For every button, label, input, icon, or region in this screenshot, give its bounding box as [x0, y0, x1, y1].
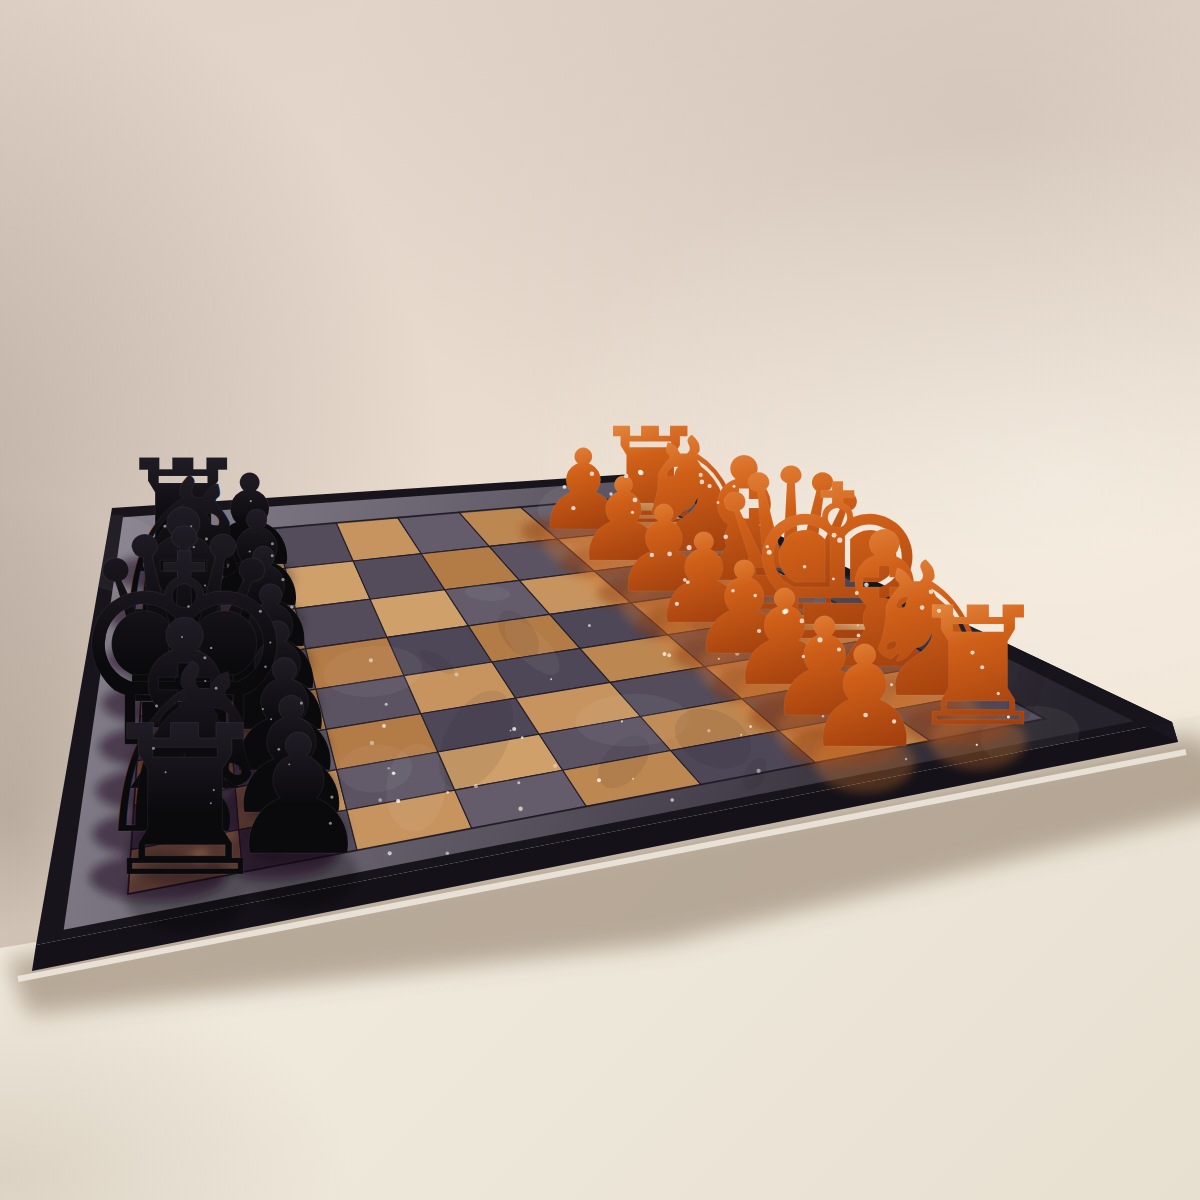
- chess-board: ♜♟♞♟♟♜♝♟♟♛♞♟♚♟♟♝♝♟♟♞♛♟♜♟♚♟♟♝♟♞♟♜: [0, 0, 1200, 1200]
- photo-stage: ♜♟♞♟♟♜♝♟♟♛♞♟♚♟♟♝♝♟♟♞♛♟♜♟♚♟♟♝♟♞♟♜ Handmad…: [0, 0, 1200, 1200]
- piece-black-rook[interactable]: ♜: [92, 681, 278, 923]
